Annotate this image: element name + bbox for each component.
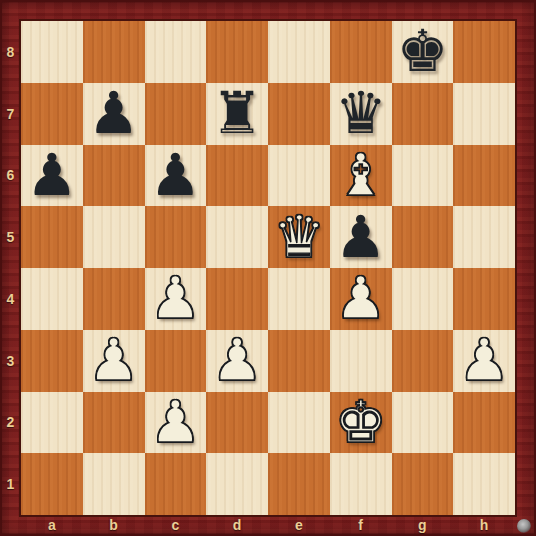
square-c4[interactable]: ♟ xyxy=(145,268,207,330)
piece-white-bishop[interactable]: ♝ xyxy=(335,145,387,206)
square-f2[interactable]: ♚ xyxy=(330,392,392,454)
chess-board-window: ♚♟♜♛♟♟♝♛♟♟♟♟♟♟♟♚ 87654321abcdefgh xyxy=(0,0,536,536)
square-e6[interactable] xyxy=(268,145,330,207)
square-b4[interactable] xyxy=(83,268,145,330)
piece-white-pawn[interactable]: ♟ xyxy=(149,392,201,453)
file-label-a: a xyxy=(21,514,83,535)
square-h5[interactable] xyxy=(453,206,515,268)
square-h3[interactable]: ♟ xyxy=(453,330,515,392)
rank-label-4: 4 xyxy=(0,268,21,330)
square-g6[interactable] xyxy=(392,145,454,207)
square-f7[interactable]: ♛ xyxy=(330,83,392,145)
square-g7[interactable] xyxy=(392,83,454,145)
piece-white-pawn[interactable]: ♟ xyxy=(335,268,387,329)
piece-black-pawn[interactable]: ♟ xyxy=(149,145,201,206)
square-a3[interactable] xyxy=(21,330,83,392)
piece-black-pawn[interactable]: ♟ xyxy=(26,145,78,206)
piece-black-queen[interactable]: ♛ xyxy=(335,83,387,144)
square-g4[interactable] xyxy=(392,268,454,330)
square-d6[interactable] xyxy=(206,145,268,207)
square-c5[interactable] xyxy=(145,206,207,268)
square-g8[interactable]: ♚ xyxy=(392,21,454,83)
square-b2[interactable] xyxy=(83,392,145,454)
square-c8[interactable] xyxy=(145,21,207,83)
piece-black-pawn[interactable]: ♟ xyxy=(88,83,140,144)
square-d7[interactable]: ♜ xyxy=(206,83,268,145)
square-h8[interactable] xyxy=(453,21,515,83)
square-h2[interactable] xyxy=(453,392,515,454)
file-label-c: c xyxy=(145,514,207,535)
piece-black-rook[interactable]: ♜ xyxy=(211,83,263,144)
square-d8[interactable] xyxy=(206,21,268,83)
square-c6[interactable]: ♟ xyxy=(145,145,207,207)
resize-grip-icon[interactable] xyxy=(517,519,531,533)
square-d4[interactable] xyxy=(206,268,268,330)
square-d5[interactable] xyxy=(206,206,268,268)
rank-label-5: 5 xyxy=(0,206,21,268)
square-a7[interactable] xyxy=(21,83,83,145)
square-e7[interactable] xyxy=(268,83,330,145)
file-label-b: b xyxy=(83,514,145,535)
square-g1[interactable] xyxy=(392,453,454,515)
square-c3[interactable] xyxy=(145,330,207,392)
square-a5[interactable] xyxy=(21,206,83,268)
square-b6[interactable] xyxy=(83,145,145,207)
piece-white-pawn[interactable]: ♟ xyxy=(458,330,510,391)
file-label-f: f xyxy=(330,514,392,535)
file-label-g: g xyxy=(392,514,454,535)
chess-board: ♚♟♜♛♟♟♝♛♟♟♟♟♟♟♟♚ xyxy=(21,21,515,515)
square-c2[interactable]: ♟ xyxy=(145,392,207,454)
square-e8[interactable] xyxy=(268,21,330,83)
rank-label-8: 8 xyxy=(0,21,21,83)
rank-label-7: 7 xyxy=(0,83,21,145)
rank-label-3: 3 xyxy=(0,330,21,392)
square-e1[interactable] xyxy=(268,453,330,515)
square-g2[interactable] xyxy=(392,392,454,454)
square-h4[interactable] xyxy=(453,268,515,330)
file-label-h: h xyxy=(453,514,515,535)
square-f6[interactable]: ♝ xyxy=(330,145,392,207)
square-b3[interactable]: ♟ xyxy=(83,330,145,392)
square-e3[interactable] xyxy=(268,330,330,392)
piece-black-king[interactable]: ♚ xyxy=(396,21,448,82)
rank-label-6: 6 xyxy=(0,145,21,207)
square-g3[interactable] xyxy=(392,330,454,392)
rank-label-1: 1 xyxy=(0,453,21,515)
rank-label-2: 2 xyxy=(0,392,21,454)
piece-white-pawn[interactable]: ♟ xyxy=(149,268,201,329)
square-e2[interactable] xyxy=(268,392,330,454)
square-g5[interactable] xyxy=(392,206,454,268)
piece-white-pawn[interactable]: ♟ xyxy=(211,330,263,391)
piece-white-pawn[interactable]: ♟ xyxy=(88,330,140,391)
square-h6[interactable] xyxy=(453,145,515,207)
square-f3[interactable] xyxy=(330,330,392,392)
square-c1[interactable] xyxy=(145,453,207,515)
file-label-d: d xyxy=(206,514,268,535)
square-b8[interactable] xyxy=(83,21,145,83)
piece-white-king[interactable]: ♚ xyxy=(335,392,387,453)
square-d3[interactable]: ♟ xyxy=(206,330,268,392)
square-f4[interactable]: ♟ xyxy=(330,268,392,330)
square-d1[interactable] xyxy=(206,453,268,515)
square-a8[interactable] xyxy=(21,21,83,83)
square-a2[interactable] xyxy=(21,392,83,454)
square-c7[interactable] xyxy=(145,83,207,145)
square-f1[interactable] xyxy=(330,453,392,515)
square-f8[interactable] xyxy=(330,21,392,83)
square-e5[interactable]: ♛ xyxy=(268,206,330,268)
square-b5[interactable] xyxy=(83,206,145,268)
square-e4[interactable] xyxy=(268,268,330,330)
square-a4[interactable] xyxy=(21,268,83,330)
piece-black-pawn[interactable]: ♟ xyxy=(335,207,387,268)
square-b1[interactable] xyxy=(83,453,145,515)
square-b7[interactable]: ♟ xyxy=(83,83,145,145)
piece-white-queen[interactable]: ♛ xyxy=(273,207,325,268)
square-h7[interactable] xyxy=(453,83,515,145)
square-f5[interactable]: ♟ xyxy=(330,206,392,268)
square-a6[interactable]: ♟ xyxy=(21,145,83,207)
square-h1[interactable] xyxy=(453,453,515,515)
square-d2[interactable] xyxy=(206,392,268,454)
square-a1[interactable] xyxy=(21,453,83,515)
file-label-e: e xyxy=(268,514,330,535)
